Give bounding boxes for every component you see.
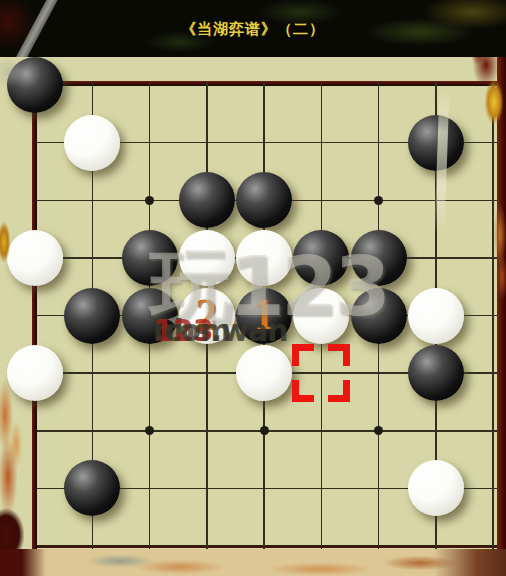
star-point	[374, 426, 383, 435]
marker-corner-tl	[292, 344, 314, 366]
title-bar: 《当湖弈谱》（二）	[0, 0, 506, 57]
marker-corner-br	[328, 380, 350, 402]
watermark-url-right: .com	[153, 316, 230, 346]
white-stone	[64, 115, 120, 171]
star-point	[374, 196, 383, 205]
highlight-marker	[292, 344, 350, 402]
marker-corner-tr	[328, 344, 350, 366]
frame-flame-left-lower	[0, 365, 34, 523]
black-stone	[408, 345, 464, 401]
page-title: 《当湖弈谱》（二）	[0, 20, 506, 39]
star-point	[145, 196, 154, 205]
frame-flame-right-middle	[489, 195, 506, 307]
frame-flame-left-upper	[0, 212, 16, 274]
black-stone	[179, 172, 235, 228]
star-point	[260, 426, 269, 435]
black-stone	[236, 172, 292, 228]
frame-topleft-smudge	[0, 57, 34, 95]
white-stone	[236, 345, 292, 401]
frame-corner-bottom-left	[0, 503, 32, 555]
black-stone	[64, 460, 120, 516]
white-stone	[408, 460, 464, 516]
black-stone	[64, 288, 120, 344]
white-stone	[408, 288, 464, 344]
go-board-diagram: 21 玩123 bbs.wan123.com 《当湖弈谱》（二）	[0, 0, 506, 576]
marker-corner-bl	[292, 380, 314, 402]
grid-line-v	[492, 82, 494, 549]
star-point	[145, 426, 154, 435]
frame-bottom-border	[0, 549, 506, 576]
